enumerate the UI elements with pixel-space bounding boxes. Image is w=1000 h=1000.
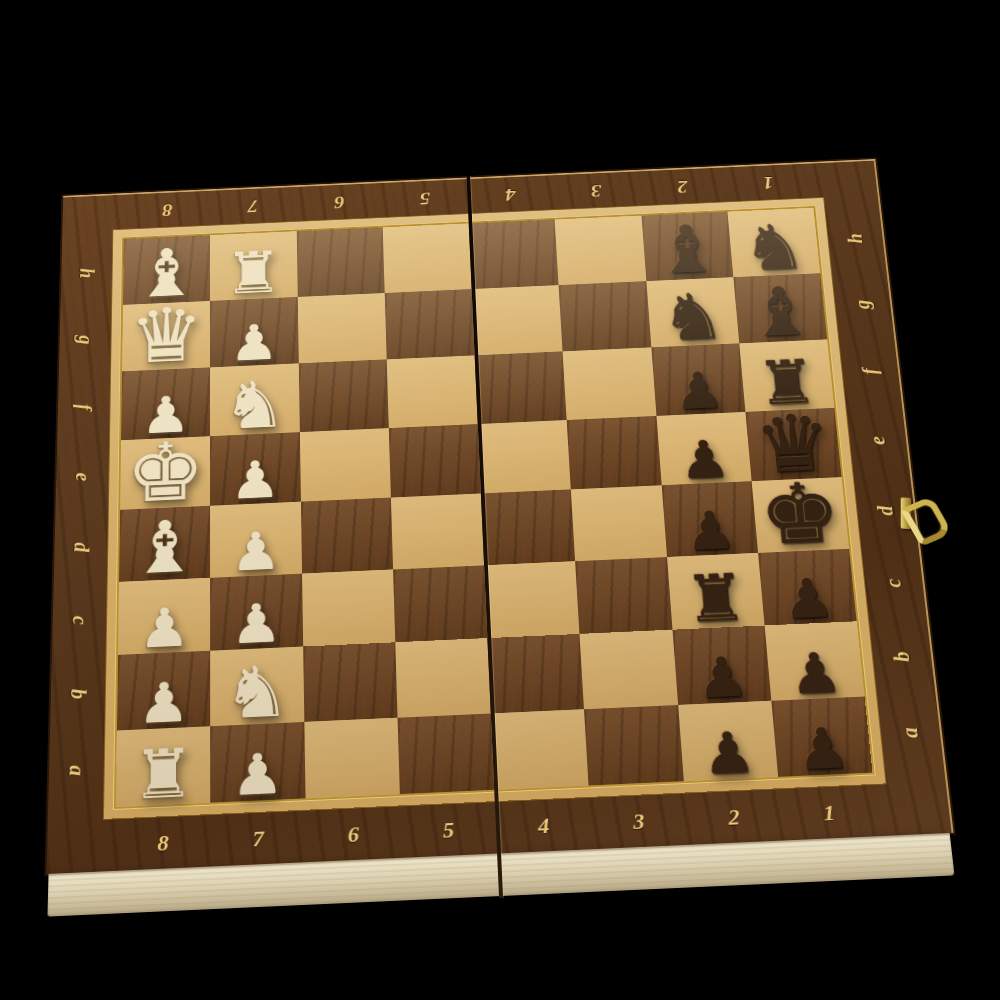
rank-label-bottom-8: 8 — [115, 821, 210, 867]
rank-label-bottom-5: 5 — [400, 808, 497, 854]
square-c2[interactable]: ♜ — [667, 553, 765, 630]
rank-label-bottom-3: 3 — [590, 799, 688, 845]
file-label-right-h: h — [817, 222, 894, 254]
rank-label-top-4: 4 — [467, 178, 554, 210]
file-label-left-c: c — [40, 602, 119, 638]
square-d1[interactable]: ♚ — [751, 477, 849, 552]
file-label-right-g: g — [824, 288, 902, 320]
rank-label-top-5: 5 — [381, 182, 468, 214]
white-pawn-g7[interactable]: ♟ — [229, 321, 278, 365]
square-h7[interactable]: ♜ — [210, 231, 297, 300]
square-d4[interactable] — [481, 489, 575, 565]
square-c7[interactable]: ♟ — [210, 573, 302, 650]
square-h3[interactable] — [555, 216, 646, 285]
chess-set: 87654321 87654321 hgfedcba hgfedcba ♝♜♝♞… — [45, 159, 956, 917]
square-d6[interactable] — [300, 498, 392, 574]
rank-label-bottom-1: 1 — [780, 791, 879, 837]
file-label-left-f: f — [45, 390, 122, 423]
square-e2[interactable]: ♟ — [656, 411, 751, 485]
rank-label-top-6: 6 — [296, 186, 382, 218]
file-label-right-f: f — [831, 355, 910, 388]
square-e4[interactable] — [478, 420, 571, 494]
black-bishop-h2[interactable]: ♝ — [652, 221, 723, 279]
square-h2[interactable]: ♝ — [641, 212, 733, 281]
square-h1[interactable]: ♞ — [727, 208, 820, 277]
rank-label-top-3: 3 — [552, 174, 640, 206]
white-king-e8[interactable]: ♚ — [125, 436, 205, 508]
white-queen-g8[interactable]: ♛ — [128, 303, 204, 370]
square-d3[interactable] — [571, 485, 667, 561]
white-knight-f7[interactable]: ♞ — [222, 376, 287, 434]
rank-label-bottom-2: 2 — [685, 795, 784, 841]
square-f5[interactable] — [386, 355, 477, 427]
square-b3[interactable] — [580, 630, 678, 709]
square-f7[interactable]: ♞ — [210, 363, 299, 435]
rank-label-top-1: 1 — [724, 167, 812, 199]
square-g8[interactable]: ♛ — [122, 301, 210, 372]
black-bishop-g1[interactable]: ♝ — [744, 282, 816, 341]
black-king-d1[interactable]: ♚ — [757, 477, 844, 550]
file-label-left-d: d — [42, 530, 120, 565]
file-label-right-b: b — [861, 639, 944, 675]
square-a7[interactable]: ♟ — [210, 722, 305, 803]
square-a8[interactable]: ♜ — [116, 726, 211, 807]
file-label-left-b: b — [38, 676, 118, 712]
rank-label-bottom-7: 7 — [210, 816, 305, 862]
rank-label-top-8: 8 — [124, 194, 210, 226]
white-pawn-e7[interactable]: ♟ — [230, 458, 281, 504]
black-pawn-b2[interactable]: ♟ — [694, 653, 750, 702]
black-pawn-e2[interactable]: ♟ — [678, 437, 732, 483]
square-c4[interactable] — [484, 561, 580, 638]
square-c8[interactable]: ♟ — [118, 577, 210, 655]
square-g6[interactable] — [297, 293, 386, 364]
square-e8[interactable]: ♚ — [120, 436, 210, 510]
rank-label-bottom-4: 4 — [495, 803, 592, 849]
square-a6[interactable] — [304, 717, 400, 798]
square-d2[interactable]: ♟ — [661, 481, 758, 556]
square-b1[interactable]: ♟ — [764, 621, 864, 700]
square-a2[interactable]: ♟ — [678, 700, 778, 781]
square-e3[interactable] — [567, 416, 661, 490]
white-pawn-c7[interactable]: ♟ — [231, 600, 283, 648]
file-labels-left: hgfedcba — [58, 240, 103, 810]
square-g1[interactable]: ♝ — [733, 273, 827, 344]
product-photo-scene: 87654321 87654321 hgfedcba hgfedcba ♝♜♝♞… — [0, 0, 1000, 1000]
chess-board: 87654321 87654321 hgfedcba hgfedcba ♝♜♝♞… — [47, 159, 954, 874]
square-h4[interactable] — [469, 219, 559, 288]
square-c3[interactable] — [575, 557, 672, 634]
white-pawn-d7[interactable]: ♟ — [230, 528, 281, 575]
white-rook-a8[interactable]: ♜ — [131, 745, 195, 805]
square-h6[interactable] — [296, 227, 384, 296]
square-f2[interactable]: ♟ — [651, 343, 745, 415]
square-h5[interactable] — [382, 223, 471, 292]
square-b2[interactable]: ♟ — [672, 626, 771, 705]
square-e7[interactable]: ♟ — [210, 432, 300, 506]
square-d7[interactable]: ♟ — [210, 502, 301, 578]
black-knight-g2[interactable]: ♞ — [659, 289, 727, 346]
square-e5[interactable] — [389, 424, 481, 498]
white-pawn-a7[interactable]: ♟ — [231, 750, 284, 800]
black-rook-c2[interactable]: ♜ — [683, 570, 749, 627]
file-label-left-h: h — [49, 257, 124, 289]
white-pawn-b8[interactable]: ♟ — [138, 679, 190, 728]
square-c6[interactable] — [302, 569, 395, 646]
white-pawn-c8[interactable]: ♟ — [138, 605, 190, 653]
file-label-left-g: g — [47, 323, 123, 356]
square-a5[interactable] — [397, 713, 494, 794]
square-a4[interactable] — [491, 709, 589, 790]
file-label-right-e: e — [838, 423, 918, 457]
white-bishop-d8[interactable]: ♝ — [130, 516, 200, 580]
square-b6[interactable] — [303, 642, 398, 721]
white-rook-h7[interactable]: ♜ — [224, 247, 283, 298]
black-knight-h1[interactable]: ♞ — [740, 220, 808, 275]
square-f3[interactable] — [563, 347, 656, 419]
square-f6[interactable] — [298, 359, 388, 431]
black-pawn-f2[interactable]: ♟ — [672, 369, 725, 414]
square-g7[interactable]: ♟ — [210, 297, 298, 368]
square-a1[interactable]: ♟ — [771, 696, 872, 777]
square-e6[interactable] — [299, 428, 390, 502]
square-b4[interactable] — [487, 634, 584, 713]
black-pawn-c1[interactable]: ♟ — [780, 575, 836, 623]
square-d8[interactable]: ♝ — [119, 506, 210, 582]
brass-clasp — [901, 490, 945, 542]
white-knight-b7[interactable]: ♞ — [223, 660, 291, 724]
file-label-right-a: a — [868, 714, 952, 751]
file-label-left-e: e — [44, 459, 121, 493]
black-pawn-a2[interactable]: ♟ — [700, 729, 757, 779]
square-b8[interactable]: ♟ — [117, 651, 210, 730]
square-a3[interactable] — [584, 705, 683, 786]
black-pawn-d2[interactable]: ♟ — [683, 508, 737, 555]
rank-label-bottom-6: 6 — [305, 812, 401, 858]
rank-label-top-7: 7 — [210, 190, 296, 222]
file-label-left-a: a — [36, 752, 117, 789]
square-d5[interactable] — [391, 493, 484, 569]
rank-label-top-2: 2 — [638, 171, 726, 203]
square-g2[interactable]: ♞ — [646, 277, 739, 348]
black-pawn-b1[interactable]: ♟ — [787, 649, 844, 698]
square-c1[interactable]: ♟ — [758, 548, 857, 625]
square-g3[interactable] — [559, 281, 651, 352]
file-label-right-c: c — [853, 565, 935, 600]
square-c5[interactable] — [393, 565, 488, 642]
square-b5[interactable] — [395, 638, 491, 717]
black-pawn-a1[interactable]: ♟ — [794, 725, 851, 775]
square-g4[interactable] — [472, 285, 563, 356]
square-g5[interactable] — [384, 289, 474, 360]
square-b7[interactable]: ♞ — [210, 647, 303, 726]
square-f4[interactable] — [475, 351, 567, 423]
